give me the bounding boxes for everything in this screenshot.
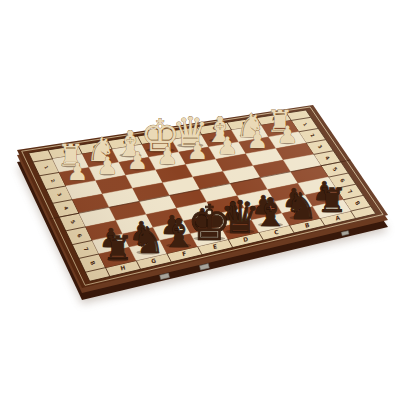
piece-black-rook-h8[interactable]: ♜ — [102, 229, 132, 268]
piece-white-pawn-c2[interactable]: ♟ — [217, 132, 238, 160]
piece-white-pawn-g2[interactable]: ♟ — [97, 152, 118, 180]
piece-black-bishop-f8[interactable]: ♝ — [161, 211, 196, 256]
chess-board: HHGGFFEEDDCCBBAA1122334455667788♜♞♝♛♚♝♞♜… — [0, 0, 400, 400]
piece-white-pawn-f2[interactable]: ♟ — [127, 147, 148, 175]
piece-white-pawn-e2[interactable]: ♟ — [157, 142, 178, 170]
piece-white-pawn-h2[interactable]: ♟ — [67, 158, 88, 186]
piece-black-knight-b8[interactable]: ♞ — [285, 185, 318, 228]
piece-white-pawn-b2[interactable]: ♟ — [247, 126, 268, 154]
piece-black-knight-g8[interactable]: ♞ — [132, 219, 165, 262]
piece-black-rook-a8[interactable]: ♜ — [317, 181, 347, 220]
chess-set-photo: HHGGFFEEDDCCBBAA1122334455667788♜♞♝♛♚♝♞♜… — [0, 0, 400, 400]
piece-white-pawn-d2[interactable]: ♟ — [187, 137, 208, 165]
piece-white-pawn-a2[interactable]: ♟ — [277, 121, 298, 149]
